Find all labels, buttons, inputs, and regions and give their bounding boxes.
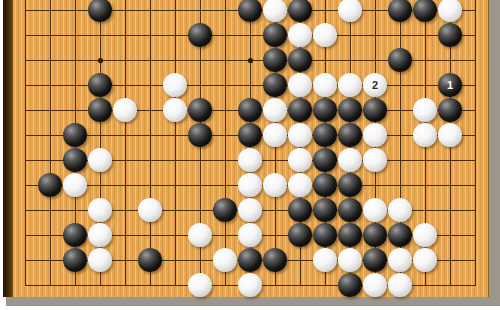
stone-black: [388, 0, 412, 22]
stone-black: [313, 123, 337, 147]
stone-black: [338, 273, 362, 297]
stone-white: [63, 173, 87, 197]
stone-white: [238, 273, 262, 297]
stone-white: [263, 173, 287, 197]
stone-white: [388, 198, 412, 222]
stone-white: [188, 223, 212, 247]
stone-black: [313, 198, 337, 222]
stone-black: [38, 173, 62, 197]
stone-black: [438, 23, 462, 47]
stone-white: [213, 248, 237, 272]
stone-black: [288, 48, 312, 72]
stone-white: [363, 148, 387, 172]
stone-white: [263, 123, 287, 147]
stone-white: [288, 23, 312, 47]
go-board-app: 21: [0, 0, 500, 310]
stone-white: [313, 23, 337, 47]
stone-white: [363, 273, 387, 297]
stone-white: [388, 248, 412, 272]
stone-white: [238, 173, 262, 197]
stone-black: [313, 148, 337, 172]
stone-black: [63, 223, 87, 247]
stone-white: [163, 98, 187, 122]
stone-black: [313, 173, 337, 197]
stone-white: [288, 73, 312, 97]
stone-black: [288, 98, 312, 122]
stone-white: [88, 148, 112, 172]
stone-black-move-1: 1: [438, 73, 462, 97]
stone-white: [338, 148, 362, 172]
stone-white: [438, 0, 462, 22]
stone-white: [238, 148, 262, 172]
stone-white: [313, 73, 337, 97]
stone-black: [338, 173, 362, 197]
stone-white: [238, 198, 262, 222]
stone-black: [263, 248, 287, 272]
stone-white: [338, 0, 362, 22]
stone-black: [438, 98, 462, 122]
stone-black: [188, 123, 212, 147]
stone-white: [188, 273, 212, 297]
stone-black: [363, 98, 387, 122]
stones-layer: 21: [0, 0, 500, 310]
stone-white: [338, 248, 362, 272]
stone-black: [263, 73, 287, 97]
stone-white: [238, 223, 262, 247]
stone-black: [263, 23, 287, 47]
stone-white: [88, 248, 112, 272]
stone-black: [138, 248, 162, 272]
stone-black: [413, 0, 437, 22]
stone-black: [338, 98, 362, 122]
stone-white: [288, 173, 312, 197]
stone-white: [88, 198, 112, 222]
stone-black: [338, 123, 362, 147]
stone-black: [288, 198, 312, 222]
stone-white: [388, 273, 412, 297]
stone-black: [63, 123, 87, 147]
stone-white: [438, 123, 462, 147]
stone-white: [163, 73, 187, 97]
stone-black: [338, 198, 362, 222]
stone-white: [88, 223, 112, 247]
stone-black: [88, 0, 112, 22]
stone-black: [238, 0, 262, 22]
stone-white: [363, 198, 387, 222]
stone-white: [288, 123, 312, 147]
stone-white: [263, 0, 287, 22]
stone-black: [313, 223, 337, 247]
stone-black: [313, 98, 337, 122]
stone-black: [388, 48, 412, 72]
stone-white: [113, 98, 137, 122]
stone-black: [338, 223, 362, 247]
stone-white: [313, 248, 337, 272]
stone-black: [188, 98, 212, 122]
stone-white: [288, 148, 312, 172]
stone-black: [238, 98, 262, 122]
stone-white-move-2: 2: [363, 73, 387, 97]
stone-black: [263, 48, 287, 72]
stone-black: [88, 73, 112, 97]
stone-black: [88, 98, 112, 122]
stone-black: [363, 223, 387, 247]
stone-black: [288, 223, 312, 247]
stone-black: [238, 248, 262, 272]
stone-black: [388, 223, 412, 247]
stone-black: [238, 123, 262, 147]
stone-black: [363, 248, 387, 272]
stone-white: [138, 198, 162, 222]
stone-black: [63, 248, 87, 272]
stone-white: [413, 248, 437, 272]
stone-white: [413, 123, 437, 147]
stone-black: [213, 198, 237, 222]
stone-black: [288, 0, 312, 22]
stone-black: [188, 23, 212, 47]
stone-black: [63, 148, 87, 172]
stone-white: [413, 98, 437, 122]
stone-white: [413, 223, 437, 247]
stone-white: [338, 73, 362, 97]
stone-white: [263, 98, 287, 122]
stone-white: [363, 123, 387, 147]
